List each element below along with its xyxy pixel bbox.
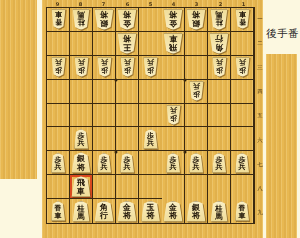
square-6h[interactable]	[116, 175, 139, 199]
piece-kanji: 将	[123, 34, 131, 43]
piece-kanji: 歩	[170, 113, 177, 121]
square-2i[interactable]: 桂馬	[208, 199, 231, 223]
piece-gold-sente[interactable]: 金将	[117, 201, 137, 222]
piece-kanji: 兵	[78, 58, 85, 66]
piece-pawn-gote[interactable]: 歩兵	[97, 57, 112, 77]
square-8d[interactable]	[70, 80, 93, 104]
piece-king-sente[interactable]: 玉将	[141, 201, 161, 222]
square-5a[interactable]	[139, 8, 162, 32]
piece-kanji: 将	[77, 164, 85, 173]
piece-wrapper: 歩兵	[166, 153, 181, 173]
square-4h[interactable]	[162, 175, 185, 199]
piece-wrapper: 歩兵	[166, 105, 181, 125]
piece-kanji: 兵	[239, 58, 246, 66]
rank-label-8: 八	[256, 177, 263, 199]
piece-wrapper: 歩兵	[189, 153, 204, 173]
piece-wrapper: 歩兵	[212, 153, 227, 173]
piece-wrapper: 歩兵	[51, 153, 66, 173]
file-label-7: 7	[94, 1, 114, 7]
square-2e[interactable]	[208, 104, 231, 128]
turn-indicator-label: 後手番	[266, 27, 300, 41]
piece-wrapper: 角行	[209, 33, 229, 54]
square-7d[interactable]	[93, 80, 116, 104]
square-1g[interactable]: 歩兵	[231, 151, 254, 175]
rank-label-1: 一	[256, 8, 263, 30]
gote-captured-pieces-stand[interactable]	[0, 0, 37, 179]
piece-wrapper: 香車	[235, 201, 250, 221]
piece-pawn-gote[interactable]: 歩兵	[120, 57, 135, 77]
square-1h[interactable]	[231, 175, 254, 199]
piece-kanji: 歩	[193, 90, 200, 98]
piece-kanji: 将	[169, 10, 177, 19]
square-3c[interactable]	[185, 56, 208, 80]
piece-lance-gote[interactable]: 香車	[235, 9, 250, 29]
piece-kanji: 兵	[170, 106, 177, 114]
shogi-board-grid: 香車桂馬銀将金将金将銀将桂馬香車王将飛車角行歩兵歩兵歩兵歩兵歩兵歩兵歩兵歩兵歩兵…	[46, 7, 255, 224]
square-6i[interactable]: 金将	[116, 199, 139, 223]
square-4c[interactable]	[162, 56, 185, 80]
piece-kanji: 将	[147, 212, 155, 221]
piece-gold-sente[interactable]: 金将	[163, 201, 183, 222]
square-8c[interactable]: 歩兵	[70, 56, 93, 80]
piece-kanji: 兵	[101, 58, 108, 66]
piece-kanji: 銀	[192, 18, 200, 27]
piece-kanji: 兵	[216, 58, 223, 66]
piece-lance-sente[interactable]: 香車	[235, 201, 250, 221]
square-2d[interactable]	[208, 80, 231, 104]
square-2a[interactable]: 桂馬	[208, 8, 231, 32]
piece-kanji: 兵	[101, 164, 108, 172]
piece-silver-gote[interactable]: 銀将	[186, 9, 206, 30]
piece-pawn-gote[interactable]: 歩兵	[74, 57, 89, 77]
square-6e[interactable]	[116, 104, 139, 128]
piece-kanji: 車	[55, 213, 62, 221]
square-7f[interactable]	[93, 127, 116, 151]
piece-wrapper: 飛車	[163, 33, 183, 54]
square-5d[interactable]	[139, 80, 162, 104]
piece-wrapper: 飛車	[71, 176, 91, 197]
piece-kanji: 兵	[147, 58, 154, 66]
piece-pawn-sente[interactable]: 歩兵	[97, 153, 112, 173]
piece-kanji: 桂	[77, 18, 85, 26]
square-2f[interactable]	[208, 127, 231, 151]
piece-pawn-sente[interactable]: 歩兵	[143, 129, 158, 149]
square-5i[interactable]: 玉将	[139, 199, 162, 223]
square-4e[interactable]: 歩兵	[162, 104, 185, 128]
piece-kanji: 車	[55, 10, 62, 18]
square-5h[interactable]	[139, 175, 162, 199]
piece-kanji: 桂	[215, 18, 223, 26]
square-6c[interactable]: 歩兵	[116, 56, 139, 80]
square-3f[interactable]	[185, 127, 208, 151]
piece-kanji: 兵	[170, 164, 177, 172]
square-2c[interactable]: 歩兵	[208, 56, 231, 80]
square-8b[interactable]	[70, 32, 93, 56]
piece-kanji: 王	[123, 42, 131, 51]
piece-kanji: 行	[100, 212, 108, 221]
square-4d[interactable]	[162, 80, 185, 104]
piece-pawn-sente[interactable]: 歩兵	[120, 153, 135, 173]
square-9g[interactable]: 歩兵	[47, 151, 70, 175]
piece-wrapper: 桂馬	[72, 9, 90, 30]
square-5f[interactable]: 歩兵	[139, 127, 162, 151]
square-9e[interactable]	[47, 104, 70, 128]
piece-kanji: 兵	[55, 164, 62, 172]
piece-kanji: 兵	[55, 58, 62, 66]
piece-pawn-gote[interactable]: 歩兵	[235, 57, 250, 77]
file-label-9: 9	[48, 1, 68, 7]
piece-kanji: 将	[169, 212, 177, 221]
square-3e[interactable]	[185, 104, 208, 128]
piece-kanji: 歩	[147, 66, 154, 74]
square-9h[interactable]	[47, 175, 70, 199]
sente-captured-pieces-stand[interactable]	[266, 54, 297, 238]
piece-kanji: 金	[123, 18, 131, 27]
piece-kanji: 車	[169, 34, 177, 43]
piece-kanji: 兵	[193, 164, 200, 172]
piece-kanji: 角	[215, 42, 223, 51]
square-8f[interactable]: 歩兵	[70, 127, 93, 151]
piece-wrapper: 歩兵	[120, 57, 135, 77]
piece-wrapper: 歩兵	[74, 129, 89, 149]
square-5g[interactable]	[139, 151, 162, 175]
piece-pawn-gote[interactable]: 歩兵	[143, 57, 158, 77]
piece-wrapper: 歩兵	[235, 153, 250, 173]
square-4a[interactable]: 金将	[162, 8, 185, 32]
piece-wrapper: 玉将	[141, 201, 161, 222]
piece-kanji: 歩	[78, 66, 85, 74]
file-label-1: 1	[233, 1, 253, 7]
square-1d[interactable]	[231, 80, 254, 104]
square-2h[interactable]	[208, 175, 231, 199]
piece-kanji: 歩	[101, 66, 108, 74]
file-label-3: 3	[187, 1, 207, 7]
piece-pawn-sente[interactable]: 歩兵	[74, 129, 89, 149]
piece-wrapper: 銀将	[186, 9, 206, 30]
piece-pawn-gote[interactable]: 歩兵	[189, 81, 204, 101]
square-6a[interactable]: 金将	[116, 8, 139, 32]
piece-kanji: 車	[77, 188, 85, 197]
piece-knight-sente[interactable]: 桂馬	[210, 201, 228, 222]
square-9b[interactable]	[47, 32, 70, 56]
square-3a[interactable]: 銀将	[185, 8, 208, 32]
piece-wrapper: 金将	[163, 9, 183, 30]
file-label-8: 8	[71, 1, 91, 7]
piece-pawn-sente[interactable]: 歩兵	[166, 153, 181, 173]
piece-kanji: 馬	[77, 10, 85, 18]
piece-wrapper: 銀将	[94, 9, 114, 30]
square-9c[interactable]: 歩兵	[47, 56, 70, 80]
square-4b[interactable]: 飛車	[162, 32, 185, 56]
piece-wrapper: 歩兵	[235, 57, 250, 77]
piece-wrapper: 香車	[51, 9, 66, 29]
piece-wrapper: 金将	[163, 201, 183, 222]
file-label-5: 5	[141, 1, 161, 7]
square-8g[interactable]: 銀将	[70, 151, 93, 175]
piece-pawn-gote[interactable]: 歩兵	[212, 57, 227, 77]
piece-wrapper: 歩兵	[212, 57, 227, 77]
piece-kanji: 兵	[124, 164, 131, 172]
piece-pawn-sente[interactable]: 歩兵	[189, 153, 204, 173]
square-4i[interactable]: 金将	[162, 199, 185, 223]
square-3h[interactable]	[185, 175, 208, 199]
square-1b[interactable]	[231, 32, 254, 56]
piece-wrapper: 桂馬	[210, 201, 228, 222]
square-9f[interactable]	[47, 127, 70, 151]
file-label-6: 6	[117, 1, 137, 7]
piece-kanji: 行	[215, 34, 223, 43]
square-2g[interactable]: 歩兵	[208, 151, 231, 175]
piece-bishop-sente[interactable]: 角行	[94, 201, 114, 222]
piece-kanji: 車	[239, 10, 246, 18]
piece-kanji: 歩	[239, 66, 246, 74]
piece-pawn-gote[interactable]: 歩兵	[166, 105, 181, 125]
square-7g[interactable]: 歩兵	[93, 151, 116, 175]
piece-pawn-gote[interactable]: 歩兵	[51, 57, 66, 77]
square-1a[interactable]: 香車	[231, 8, 254, 32]
square-8i[interactable]: 桂馬	[70, 199, 93, 223]
piece-wrapper: 歩兵	[97, 57, 112, 77]
piece-kanji: 兵	[239, 164, 246, 172]
square-8e[interactable]	[70, 104, 93, 128]
rank-coordinate-labels: 一二三四五六七八九	[256, 7, 264, 224]
piece-wrapper: 銀将	[71, 152, 91, 173]
piece-lance-sente[interactable]: 香車	[51, 201, 66, 221]
rank-label-5: 五	[256, 105, 263, 127]
rank-label-2: 二	[256, 32, 263, 54]
piece-kanji: 車	[239, 213, 246, 221]
square-7c[interactable]: 歩兵	[93, 56, 116, 80]
piece-pawn-sente[interactable]: 歩兵	[51, 153, 66, 173]
piece-wrapper: 香車	[235, 9, 250, 29]
square-7i[interactable]: 角行	[93, 199, 116, 223]
square-3b[interactable]	[185, 32, 208, 56]
square-7e[interactable]	[93, 104, 116, 128]
piece-kanji: 歩	[216, 66, 223, 74]
square-5e[interactable]	[139, 104, 162, 128]
piece-kanji: 将	[123, 212, 131, 221]
square-7h[interactable]	[93, 175, 116, 199]
square-1c[interactable]: 歩兵	[231, 56, 254, 80]
piece-kanji: 歩	[124, 66, 131, 74]
file-coordinate-labels: 987654321	[46, 0, 255, 7]
piece-wrapper: 香車	[51, 201, 66, 221]
piece-wrapper: 桂馬	[72, 201, 90, 222]
piece-kanji: 馬	[215, 213, 223, 221]
square-6b[interactable]: 王将	[116, 32, 139, 56]
piece-pawn-sente[interactable]: 歩兵	[212, 153, 227, 173]
square-6f[interactable]	[116, 127, 139, 151]
square-4f[interactable]	[162, 127, 185, 151]
piece-rook-sente[interactable]: 飛車	[71, 176, 91, 197]
square-1e[interactable]	[231, 104, 254, 128]
piece-wrapper: 歩兵	[97, 153, 112, 173]
square-1f[interactable]	[231, 127, 254, 151]
piece-kanji: 将	[123, 10, 131, 19]
rank-label-4: 四	[256, 81, 263, 103]
square-2b[interactable]: 角行	[208, 32, 231, 56]
piece-kanji: 銀	[100, 18, 108, 27]
file-label-4: 4	[164, 1, 184, 7]
piece-wrapper: 歩兵	[143, 129, 158, 149]
piece-wrapper: 銀将	[186, 201, 206, 222]
square-9d[interactable]	[47, 80, 70, 104]
piece-wrapper: 金将	[117, 201, 137, 222]
piece-silver-sente[interactable]: 銀将	[186, 201, 206, 222]
piece-kanji: 兵	[193, 82, 200, 90]
square-9a[interactable]: 香車	[47, 8, 70, 32]
piece-silver-gote[interactable]: 銀将	[94, 9, 114, 30]
piece-wrapper: 桂馬	[210, 9, 228, 30]
piece-kanji: 馬	[77, 213, 85, 221]
piece-gold-gote[interactable]: 金将	[163, 9, 183, 30]
piece-wrapper: 王将	[117, 33, 137, 54]
rank-label-7: 七	[256, 153, 263, 175]
square-3g[interactable]: 歩兵	[185, 151, 208, 175]
square-3d[interactable]: 歩兵	[185, 80, 208, 104]
piece-wrapper: 金将	[117, 9, 137, 30]
piece-bishop-gote[interactable]: 角行	[209, 33, 229, 54]
piece-wrapper: 歩兵	[189, 81, 204, 101]
piece-wrapper: 歩兵	[74, 57, 89, 77]
piece-kanji: 馬	[215, 10, 223, 18]
piece-kanji: 兵	[147, 140, 154, 148]
square-8h[interactable]: 飛車	[70, 175, 93, 199]
piece-knight-sente[interactable]: 桂馬	[72, 201, 90, 222]
rank-label-9: 九	[256, 201, 263, 223]
piece-kanji: 将	[100, 10, 108, 19]
piece-wrapper: 歩兵	[120, 153, 135, 173]
piece-kanji: 将	[192, 10, 200, 19]
piece-kanji: 香	[239, 18, 246, 26]
file-label-2: 2	[210, 1, 230, 7]
shogi-app: 987654321 香車桂馬銀将金将金将銀将桂馬香車王将飛車角行歩兵歩兵歩兵歩兵…	[0, 0, 300, 238]
piece-pawn-sente[interactable]: 歩兵	[235, 153, 250, 173]
piece-kanji: 香	[55, 18, 62, 26]
piece-kanji: 金	[169, 18, 177, 27]
rank-label-6: 六	[256, 129, 263, 151]
piece-kanji: 歩	[55, 66, 62, 74]
piece-lance-gote[interactable]: 香車	[51, 9, 66, 29]
piece-knight-gote[interactable]: 桂馬	[72, 9, 90, 30]
square-7b[interactable]	[93, 32, 116, 56]
square-3i[interactable]: 銀将	[185, 199, 208, 223]
piece-kanji: 兵	[216, 164, 223, 172]
piece-silver-sente[interactable]: 銀将	[71, 152, 91, 173]
square-6d[interactable]	[116, 80, 139, 104]
piece-kanji: 兵	[78, 140, 85, 148]
piece-kanji: 飛	[169, 42, 177, 51]
piece-wrapper: 歩兵	[51, 57, 66, 77]
square-5b[interactable]	[139, 32, 162, 56]
square-8a[interactable]: 桂馬	[70, 8, 93, 32]
piece-kanji: 将	[192, 212, 200, 221]
square-7a[interactable]: 銀将	[93, 8, 116, 32]
rank-label-3: 三	[256, 56, 263, 78]
piece-gold-gote[interactable]: 金将	[117, 9, 137, 30]
square-6g[interactable]: 歩兵	[116, 151, 139, 175]
square-5c[interactable]: 歩兵	[139, 56, 162, 80]
piece-wrapper: 角行	[94, 201, 114, 222]
square-9i[interactable]: 香車	[47, 199, 70, 223]
piece-rook-gote[interactable]: 飛車	[163, 33, 183, 54]
square-1i[interactable]: 香車	[231, 199, 254, 223]
piece-king-gote[interactable]: 王将	[117, 33, 137, 54]
shogi-board-panel: 987654321 香車桂馬銀将金将金将銀将桂馬香車王将飛車角行歩兵歩兵歩兵歩兵…	[42, 0, 263, 238]
square-4g[interactable]: 歩兵	[162, 151, 185, 175]
piece-kanji: 兵	[124, 58, 131, 66]
piece-knight-gote[interactable]: 桂馬	[210, 9, 228, 30]
piece-wrapper: 歩兵	[143, 57, 158, 77]
